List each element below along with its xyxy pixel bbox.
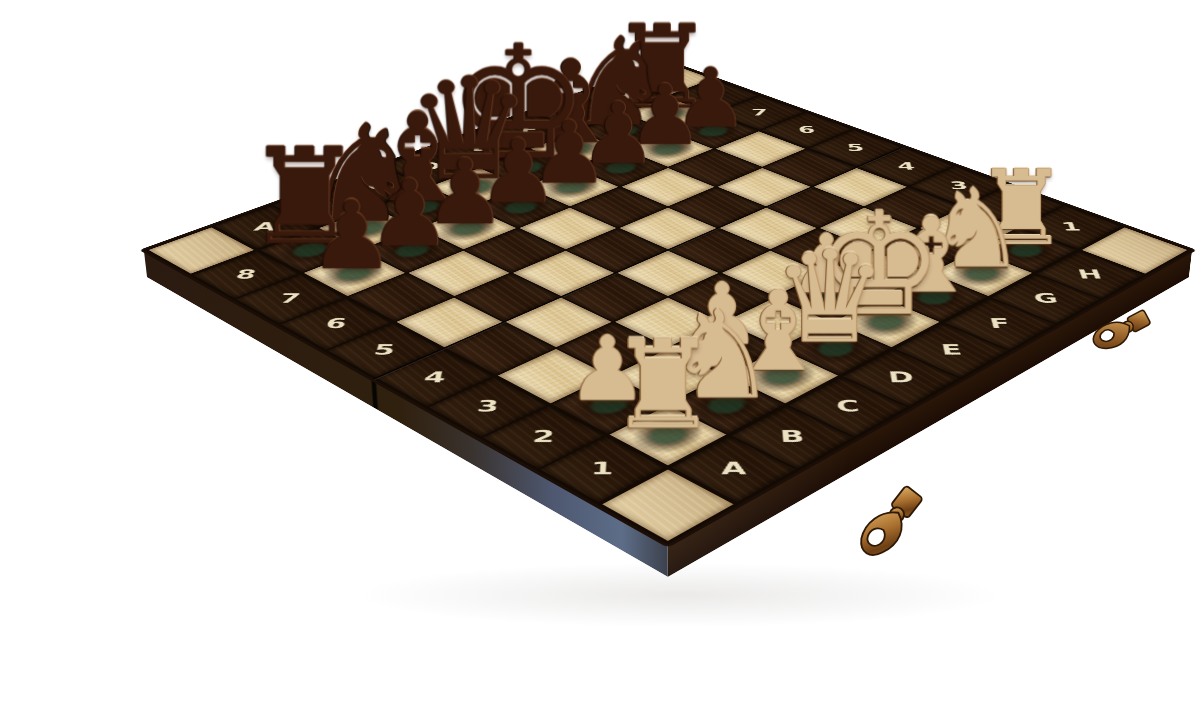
coordinate-label: 7	[245, 282, 335, 316]
latch-clasp-front-icon	[828, 468, 958, 598]
latch-clasp-side-icon	[1068, 282, 1178, 392]
perspective-wrapper: 8877665544332211AABBCCDDEEFFGGHH ♜♞♝♛♚♝♞…	[0, 0, 1200, 708]
white-rook-glyph: ♜	[557, 325, 769, 447]
coordinate-label: 1	[555, 446, 648, 491]
black-pawn-glyph: ♟	[259, 188, 444, 283]
coordinate-label: 6	[290, 306, 380, 341]
square-a6[interactable]	[349, 274, 453, 321]
coordinate-label: A	[691, 445, 778, 493]
chess-board: 8877665544332211AABBCCDDEEFFGGHH ♜♞♝♛♚♝♞…	[144, 62, 1192, 545]
coordinate-label: H	[591, 84, 652, 108]
square-c5[interactable]	[513, 251, 614, 296]
square-b5[interactable]	[456, 274, 560, 321]
square-a5[interactable]	[396, 298, 502, 348]
chess-set-photo: 8877665544332211AABBCCDDEEFFGGHH ♜♞♝♛♚♝♞…	[0, 0, 1200, 708]
coordinate-label: 5	[338, 332, 429, 369]
coordinate-label: 4	[389, 358, 480, 397]
